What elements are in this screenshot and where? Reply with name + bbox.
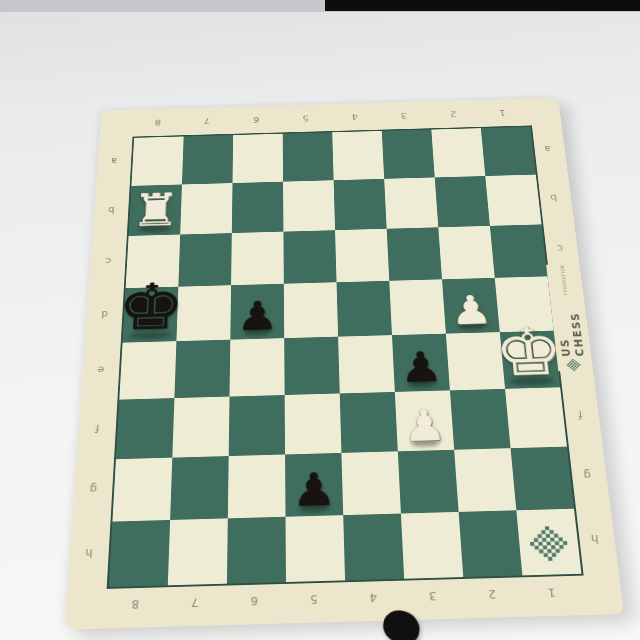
square-h4[interactable]	[343, 514, 404, 581]
piece-black-pawn-d6[interactable]: ♟	[236, 296, 278, 337]
square-h1[interactable]	[516, 509, 581, 576]
square-c5[interactable]	[283, 230, 336, 284]
piece-white-pawn-d2[interactable]: ♟	[449, 290, 494, 331]
rank-label: 6	[232, 112, 281, 126]
square-h6[interactable]	[227, 517, 286, 584]
chess-board: ♜♚♟♟♟♚♟♟	[107, 125, 584, 588]
rank-label: 1	[477, 106, 528, 120]
square-a5[interactable]	[283, 132, 334, 181]
square-a2[interactable]	[431, 128, 485, 177]
rank-label: 5	[281, 111, 330, 125]
file-label: c	[97, 235, 119, 288]
square-c6[interactable]	[231, 232, 284, 286]
file-label: f	[85, 398, 109, 458]
square-f3[interactable]: ♟	[395, 390, 454, 451]
square-d4[interactable]	[337, 281, 392, 337]
file-label: e	[89, 341, 113, 398]
file-label: g	[573, 444, 601, 507]
square-c7[interactable]	[178, 233, 231, 287]
square-e5[interactable]	[284, 337, 340, 395]
vinyl-chess-mat: 87654321 87654321 abcdefgh abcdefgh ♜♚♟♟…	[64, 98, 624, 630]
file-label: h	[76, 520, 102, 586]
square-c1[interactable]	[490, 224, 548, 277]
square-b6[interactable]	[232, 182, 284, 233]
vinyl-mat-wrapper: 87654321 87654321 abcdefgh abcdefgh ♜♚♟♟…	[46, 0, 624, 630]
square-g6[interactable]	[228, 454, 286, 518]
square-b3[interactable]	[384, 177, 438, 228]
square-h5[interactable]	[286, 515, 346, 582]
wordmark-subtext: FEDERATION	[559, 264, 568, 295]
square-f1[interactable]	[505, 387, 567, 448]
square-g5[interactable]: ♟	[285, 453, 343, 517]
file-label: b	[542, 173, 567, 223]
square-b5[interactable]	[283, 180, 335, 231]
square-a6[interactable]	[233, 134, 284, 183]
rank-label: 7	[182, 114, 232, 128]
square-c2[interactable]	[438, 226, 494, 279]
square-d5[interactable]	[284, 282, 338, 338]
square-f5[interactable]	[285, 393, 342, 454]
piece-black-pawn-e3[interactable]: ♟	[399, 346, 444, 388]
square-f4[interactable]	[340, 392, 398, 453]
file-label: g	[81, 458, 106, 521]
square-h3[interactable]	[401, 512, 463, 579]
square-f7[interactable]	[172, 397, 229, 458]
square-h8[interactable]	[109, 520, 170, 587]
square-e7[interactable]	[174, 340, 230, 398]
photo-stage: 87654321 87654321 abcdefgh abcdefgh ♜♚♟♟…	[0, 0, 640, 640]
square-e4[interactable]	[338, 335, 395, 393]
square-a7[interactable]	[182, 135, 233, 184]
square-d3[interactable]	[389, 279, 446, 335]
pixel-knight-diamond-icon	[528, 522, 569, 561]
wordmark-text: US CHESS	[553, 297, 587, 357]
square-f2[interactable]	[450, 389, 511, 450]
piece-white-pawn-f3[interactable]: ♟	[402, 404, 448, 448]
square-a1[interactable]	[481, 127, 536, 176]
rank-label: 1	[521, 581, 583, 603]
file-label: a	[104, 137, 125, 185]
square-g7[interactable]	[170, 456, 229, 520]
file-label: h	[581, 506, 610, 572]
file-label: a	[536, 125, 560, 173]
square-b2[interactable]	[435, 176, 490, 227]
square-g4[interactable]	[341, 451, 400, 515]
us-chess-knight-icon	[567, 359, 582, 371]
square-e3[interactable]: ♟	[392, 334, 450, 392]
square-g3[interactable]	[398, 450, 459, 514]
square-d8[interactable]: ♚	[123, 287, 179, 343]
square-e6[interactable]	[230, 338, 285, 396]
rank-label: 3	[379, 108, 429, 122]
square-g2[interactable]	[454, 448, 516, 512]
rank-label: 2	[462, 583, 523, 605]
square-g8[interactable]	[112, 458, 172, 522]
rank-label: 6	[225, 590, 285, 612]
file-label: b	[100, 185, 122, 236]
rank-label: 8	[133, 115, 183, 129]
square-a4[interactable]	[332, 131, 384, 180]
square-b4[interactable]	[334, 179, 387, 230]
square-c3[interactable]	[387, 227, 442, 280]
file-label: f	[566, 385, 594, 445]
square-b1[interactable]	[485, 175, 541, 226]
rank-label: 5	[284, 588, 344, 610]
square-a8[interactable]	[131, 136, 183, 185]
square-b8[interactable]: ♜	[129, 184, 182, 235]
square-f8[interactable]	[116, 398, 174, 459]
square-f6[interactable]	[229, 395, 285, 456]
rank-label: 2	[428, 107, 478, 121]
square-e8[interactable]	[119, 341, 176, 399]
square-d2[interactable]: ♟	[442, 278, 500, 334]
rank-label: 7	[165, 591, 225, 613]
rank-label: 4	[330, 110, 380, 124]
rank-label: 3	[403, 585, 464, 607]
rank-label: 4	[343, 586, 403, 608]
square-e1[interactable]: ♚	[500, 331, 560, 389]
file-label: d	[93, 287, 116, 342]
rank-labels-top: 87654321	[133, 106, 528, 130]
square-h7[interactable]	[168, 518, 228, 585]
rank-label: 8	[105, 593, 165, 615]
square-b7[interactable]	[180, 183, 232, 234]
piece-black-pawn-g5[interactable]: ♟	[291, 467, 336, 513]
square-c4[interactable]	[335, 229, 389, 283]
piece-white-rook-b8[interactable]: ♜	[130, 187, 181, 233]
square-d6[interactable]: ♟	[230, 284, 284, 340]
square-g1[interactable]	[511, 447, 574, 511]
square-a3[interactable]	[382, 130, 435, 179]
square-h2[interactable]	[459, 510, 523, 577]
piece-black-king-d8[interactable]: ♚	[116, 275, 186, 340]
